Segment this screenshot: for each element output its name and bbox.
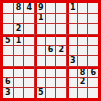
cell-r8c8-given: 2	[78, 78, 88, 88]
cell-r9c6-empty[interactable]	[56, 88, 66, 98]
cell-r3c8-empty[interactable]	[78, 24, 88, 34]
cell-r4c8-empty[interactable]	[78, 35, 88, 45]
cell-r4c9-empty[interactable]	[88, 35, 98, 45]
cell-r2c5-empty[interactable]	[46, 14, 56, 24]
cell-r4c2-given: 1	[14, 35, 24, 45]
cell-r2c7-empty[interactable]	[67, 14, 77, 24]
cell-r2c4-given: 1	[35, 14, 45, 24]
cell-r6c6-empty[interactable]	[56, 56, 66, 66]
cell-r3c9-empty[interactable]	[88, 24, 98, 34]
cell-r9c2-empty[interactable]	[14, 88, 24, 98]
cell-r1c6-empty[interactable]	[56, 3, 66, 13]
cell-r7c2-empty[interactable]	[14, 67, 24, 77]
cell-r3c4-empty[interactable]	[35, 24, 45, 34]
cell-r2c1-empty[interactable]	[3, 14, 13, 24]
cell-r3c3-empty[interactable]	[24, 24, 34, 34]
cell-r8c4-empty[interactable]	[35, 78, 45, 88]
cell-r1c5-empty[interactable]	[46, 3, 56, 13]
cell-r7c5-empty[interactable]	[46, 67, 56, 77]
cell-r1c4-given: 9	[35, 3, 45, 13]
cell-r6c2-empty[interactable]	[14, 56, 24, 66]
cell-r4c7-empty[interactable]	[67, 35, 77, 45]
cell-r7c1-empty[interactable]	[3, 67, 13, 77]
cell-r8c5-empty[interactable]	[46, 78, 56, 88]
cell-r2c2-empty[interactable]	[14, 14, 24, 24]
cell-r5c9-empty[interactable]	[88, 46, 98, 56]
cell-r2c8-empty[interactable]	[78, 14, 88, 24]
cell-r6c4-empty[interactable]	[35, 56, 45, 66]
cell-r6c1-empty[interactable]	[3, 56, 13, 66]
cell-r4c5-empty[interactable]	[46, 35, 56, 45]
cell-r1c3-given: 4	[24, 3, 34, 13]
cell-r4c3-empty[interactable]	[24, 35, 34, 45]
cell-r7c3-empty[interactable]	[24, 67, 34, 77]
cell-r2c9-empty[interactable]	[88, 14, 98, 24]
cell-r4c6-empty[interactable]	[56, 35, 66, 45]
cell-r1c7-given: 1	[67, 3, 77, 13]
cell-r5c5-given: 6	[46, 46, 56, 56]
cell-r6c8-empty[interactable]	[78, 56, 88, 66]
cell-r5c7-empty[interactable]	[67, 46, 77, 56]
cell-r3c5-empty[interactable]	[46, 24, 56, 34]
cell-r8c7-empty[interactable]	[67, 78, 77, 88]
cell-r2c6-empty[interactable]	[56, 14, 66, 24]
cell-r3c6-empty[interactable]	[56, 24, 66, 34]
cell-r5c6-given: 2	[56, 46, 66, 56]
cell-r5c1-empty[interactable]	[3, 46, 13, 56]
cell-r1c9-empty[interactable]	[88, 3, 98, 13]
cell-r8c9-empty[interactable]	[88, 78, 98, 88]
cell-r4c1-given: 5	[3, 35, 13, 45]
cell-r9c8-empty[interactable]	[78, 88, 88, 98]
cell-r6c9-empty[interactable]	[88, 56, 98, 66]
cell-r8c1-given: 6	[3, 78, 13, 88]
cell-r7c6-empty[interactable]	[56, 67, 66, 77]
sudoku-board: 84911251623866235	[0, 0, 101, 101]
cell-r9c9-empty[interactable]	[88, 88, 98, 98]
cell-r5c8-empty[interactable]	[78, 46, 88, 56]
cell-r1c8-empty[interactable]	[78, 3, 88, 13]
cell-r1c2-given: 8	[14, 3, 24, 13]
cell-r1c1-empty[interactable]	[3, 3, 13, 13]
cell-r2c3-empty[interactable]	[24, 14, 34, 24]
cell-r7c8-given: 8	[78, 67, 88, 77]
cell-r3c7-empty[interactable]	[67, 24, 77, 34]
cell-r8c2-empty[interactable]	[14, 78, 24, 88]
cell-r8c3-empty[interactable]	[24, 78, 34, 88]
cell-r5c2-empty[interactable]	[14, 46, 24, 56]
cell-r8c6-empty[interactable]	[56, 78, 66, 88]
cell-r3c2-given: 2	[14, 24, 24, 34]
cell-r9c4-given: 5	[35, 88, 45, 98]
cell-r9c1-given: 3	[3, 88, 13, 98]
cell-r9c5-empty[interactable]	[46, 88, 56, 98]
cell-r7c9-given: 6	[88, 67, 98, 77]
cell-r7c7-empty[interactable]	[67, 67, 77, 77]
cell-r4c4-empty[interactable]	[35, 35, 45, 45]
cell-r9c3-empty[interactable]	[24, 88, 34, 98]
cell-r7c4-empty[interactable]	[35, 67, 45, 77]
cell-r3c1-empty[interactable]	[3, 24, 13, 34]
cell-r9c7-empty[interactable]	[67, 88, 77, 98]
cell-r5c4-empty[interactable]	[35, 46, 45, 56]
cell-r6c7-given: 3	[67, 56, 77, 66]
cell-r6c3-empty[interactable]	[24, 56, 34, 66]
cell-r6c5-empty[interactable]	[46, 56, 56, 66]
cell-r5c3-empty[interactable]	[24, 46, 34, 56]
